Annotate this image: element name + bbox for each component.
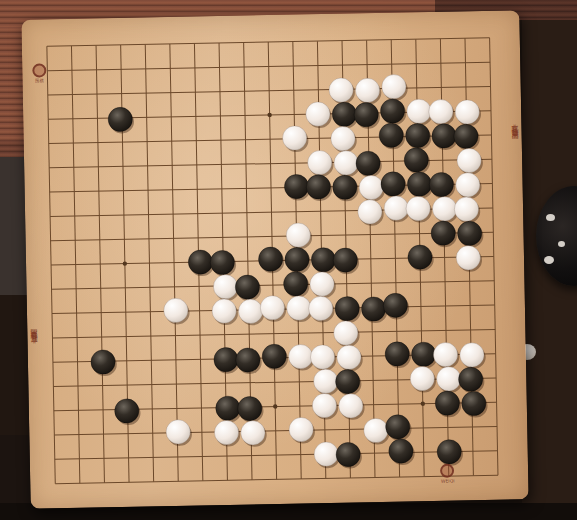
stone-white — [313, 369, 338, 394]
stone-black — [216, 396, 241, 421]
stone-black — [354, 102, 379, 127]
stone-white — [359, 175, 384, 200]
stone-white — [355, 78, 380, 103]
stone-black — [458, 367, 483, 392]
stone-black — [210, 250, 235, 275]
stone-black — [214, 347, 239, 372]
stamp-ring-icon — [32, 63, 46, 77]
stone-white — [260, 295, 285, 320]
stone-black — [306, 175, 331, 200]
stone-black — [431, 221, 456, 246]
stone-black — [332, 175, 357, 200]
stone-black — [407, 172, 432, 197]
stone-black — [405, 123, 430, 148]
table-surface-left — [0, 157, 27, 295]
stone-white — [307, 150, 332, 175]
board-brand-text-left: 北京兴旺鑫达荣誉出品 — [30, 340, 38, 350]
stone-black — [236, 348, 261, 373]
bowl-white-stone — [546, 214, 555, 221]
stone-white — [306, 102, 331, 127]
stone-white — [308, 296, 333, 321]
stone-black — [311, 247, 336, 272]
stone-black — [379, 123, 404, 148]
stone-white — [364, 418, 389, 443]
stone-black — [389, 439, 414, 464]
stone-white — [310, 345, 335, 370]
stone-white — [329, 78, 354, 103]
stone-black — [385, 415, 410, 440]
stone-black — [258, 247, 283, 272]
stone-black — [237, 396, 262, 421]
stone-black — [361, 297, 386, 322]
maker-stamp-bottom-right: WEIQI — [434, 463, 460, 483]
stone-black — [408, 245, 433, 270]
stone-white — [164, 298, 189, 323]
stone-white — [382, 74, 407, 99]
stone-white — [429, 99, 454, 124]
stone-black — [432, 124, 457, 149]
stone-black — [262, 344, 287, 369]
stone-black — [188, 250, 213, 275]
stone-white — [436, 367, 461, 392]
stone-white — [337, 345, 362, 370]
stone-white — [212, 299, 237, 324]
stones-layer — [86, 73, 489, 474]
stone-white — [166, 420, 191, 445]
go-board: 北京兴旺鑫达荣誉出品 北京兴旺鑫达荣誉出品 围棋 WEIQI — [21, 10, 528, 508]
stone-black — [429, 172, 454, 197]
stone-black — [461, 391, 486, 416]
stone-white — [406, 196, 431, 221]
stone-black — [91, 350, 116, 375]
stone-white — [456, 245, 481, 270]
stone-white — [213, 274, 238, 299]
stone-white — [407, 99, 432, 124]
stone-black — [284, 174, 309, 199]
stone-black — [381, 172, 406, 197]
stone-white — [410, 366, 435, 391]
stone-white — [338, 394, 363, 419]
stone-white — [432, 197, 457, 222]
stone-black — [454, 124, 479, 149]
stone-black — [114, 399, 139, 424]
stone-white — [288, 344, 313, 369]
maker-stamp-top-left: 围棋 — [26, 63, 52, 83]
stone-black — [457, 221, 482, 246]
stone-black — [335, 369, 360, 394]
stone-black — [356, 151, 381, 176]
stamp-text: 围棋 — [35, 78, 44, 84]
stone-white — [460, 343, 485, 368]
stone-white — [241, 421, 266, 446]
stone-black — [435, 391, 460, 416]
stamp-ring-icon — [440, 464, 454, 478]
stone-black — [335, 296, 360, 321]
photo-scene: 北京兴旺鑫达荣誉出品 北京兴旺鑫达荣誉出品 围棋 WEIQI — [0, 0, 577, 520]
stone-white — [287, 296, 312, 321]
stone-white — [282, 126, 307, 151]
stone-white — [384, 196, 409, 221]
stone-black — [333, 248, 358, 273]
stamp-text: WEIQI — [440, 478, 454, 484]
stone-white — [433, 342, 458, 367]
bowl-white-stone — [544, 256, 554, 264]
stone-white — [314, 442, 339, 467]
stone-black — [332, 102, 357, 127]
stone-white — [214, 420, 239, 445]
stone-black — [385, 342, 410, 367]
board-grid — [21, 10, 528, 508]
stone-black — [404, 148, 429, 173]
stone-black — [235, 275, 260, 300]
stone-white — [310, 272, 335, 297]
stone-white — [455, 173, 480, 198]
stone-white — [358, 200, 383, 225]
bowl-white-stone — [558, 241, 565, 247]
stone-white — [286, 223, 311, 248]
stone-black — [336, 442, 361, 467]
stone-white — [331, 126, 356, 151]
stone-black — [383, 293, 408, 318]
stone-white — [238, 299, 263, 324]
stone-black — [283, 271, 308, 296]
stone-white — [289, 417, 314, 442]
stone-black — [411, 342, 436, 367]
board-brand-text-right: 北京兴旺鑫达荣誉出品 — [510, 118, 518, 128]
stone-white — [312, 393, 337, 418]
stone-white — [333, 321, 358, 346]
stone-black — [380, 99, 405, 124]
stone-black — [437, 439, 462, 464]
stone-black — [285, 247, 310, 272]
stone-black — [108, 107, 133, 132]
stone-white — [454, 197, 479, 222]
stone-white — [455, 100, 480, 125]
stone-white — [457, 148, 482, 173]
stone-white — [334, 151, 359, 176]
